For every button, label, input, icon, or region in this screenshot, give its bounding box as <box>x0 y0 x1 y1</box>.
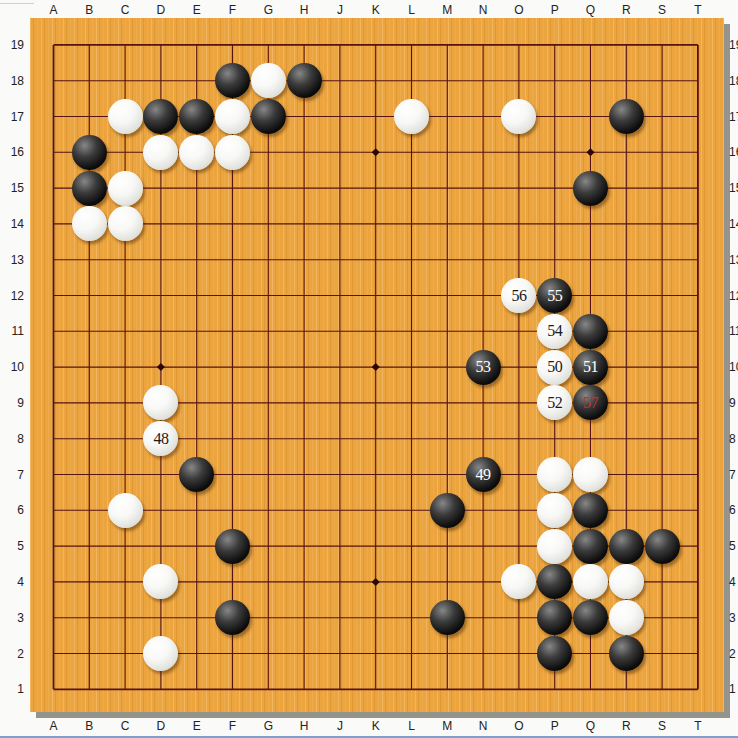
stone-white-P7[interactable] <box>537 457 572 492</box>
stone-black-F3[interactable] <box>215 600 250 635</box>
star-point-K4 <box>372 578 380 586</box>
col-label-bottom-S: S <box>650 717 674 735</box>
stone-black-F5[interactable] <box>215 529 250 564</box>
col-label-top-Q: Q <box>579 1 603 19</box>
row-label-right-6: 6 <box>729 501 738 519</box>
stone-white-P6[interactable] <box>537 493 572 528</box>
stone-white-D16[interactable] <box>143 135 178 170</box>
row-label-left-7: 7 <box>0 466 24 484</box>
col-label-top-E: E <box>185 1 209 19</box>
col-label-top-K: K <box>364 1 388 19</box>
move-number-55: 55 <box>547 288 562 304</box>
row-label-right-10: 10 <box>729 358 738 376</box>
row-label-left-11: 11 <box>0 322 24 340</box>
stone-white-P5[interactable] <box>537 529 572 564</box>
move-number-56: 56 <box>511 288 526 304</box>
row-label-left-18: 18 <box>0 72 24 90</box>
stone-black-Q11[interactable] <box>573 314 608 349</box>
col-label-bottom-H: H <box>292 717 316 735</box>
stone-black-M3[interactable] <box>430 600 465 635</box>
stone-black-Q15[interactable] <box>573 171 608 206</box>
move-number-53: 53 <box>476 359 491 375</box>
stone-white-P11[interactable]: 54 <box>537 314 572 349</box>
row-label-left-15: 15 <box>0 179 24 197</box>
move-number-49: 49 <box>476 467 491 483</box>
col-label-top-A: A <box>42 1 66 19</box>
stone-black-Q6[interactable] <box>573 493 608 528</box>
col-label-bottom-R: R <box>614 717 638 735</box>
col-label-bottom-J: J <box>328 717 352 735</box>
row-label-right-9: 9 <box>729 394 738 412</box>
move-number-48: 48 <box>153 431 168 447</box>
row-label-right-18: 18 <box>729 72 738 90</box>
stone-black-S5[interactable] <box>645 529 680 564</box>
stone-black-G17[interactable] <box>251 99 286 134</box>
col-label-top-L: L <box>400 1 424 19</box>
col-label-bottom-D: D <box>149 717 173 735</box>
col-label-bottom-A: A <box>42 717 66 735</box>
col-label-bottom-G: G <box>256 717 280 735</box>
stone-white-C14[interactable] <box>108 206 143 241</box>
stone-white-P10[interactable]: 50 <box>537 350 572 385</box>
col-label-top-D: D <box>149 1 173 19</box>
star-point-K16 <box>372 148 380 156</box>
stone-black-Q10[interactable]: 51 <box>573 350 608 385</box>
stone-black-Q5[interactable] <box>573 529 608 564</box>
row-label-right-7: 7 <box>729 466 738 484</box>
row-label-right-5: 5 <box>729 537 738 555</box>
col-label-bottom-L: L <box>400 717 424 735</box>
row-label-right-13: 13 <box>729 251 738 269</box>
star-point-D10 <box>157 363 165 371</box>
stone-white-F17[interactable] <box>215 99 250 134</box>
stone-black-P2[interactable] <box>537 636 572 671</box>
row-label-right-19: 19 <box>729 36 738 54</box>
row-label-left-8: 8 <box>0 430 24 448</box>
row-label-left-2: 2 <box>0 645 24 663</box>
col-label-top-C: C <box>113 1 137 19</box>
stone-white-Q7[interactable] <box>573 457 608 492</box>
star-point-Q16 <box>587 148 595 156</box>
row-label-left-4: 4 <box>0 573 24 591</box>
row-label-right-1: 1 <box>729 680 738 698</box>
star-point-K10 <box>372 363 380 371</box>
col-label-top-F: F <box>221 1 245 19</box>
row-label-left-14: 14 <box>0 215 24 233</box>
col-label-top-P: P <box>543 1 567 19</box>
col-label-top-M: M <box>435 1 459 19</box>
move-number-57: 57 <box>583 395 598 411</box>
stone-black-N7[interactable]: 49 <box>466 457 501 492</box>
stone-black-R17[interactable] <box>609 99 644 134</box>
row-label-right-4: 4 <box>729 573 738 591</box>
col-label-bottom-O: O <box>507 717 531 735</box>
stone-white-F16[interactable] <box>215 135 250 170</box>
row-label-left-10: 10 <box>0 358 24 376</box>
stone-black-B15[interactable] <box>72 171 107 206</box>
col-label-top-H: H <box>292 1 316 19</box>
row-label-left-16: 16 <box>0 143 24 161</box>
row-label-right-8: 8 <box>729 430 738 448</box>
stone-white-R4[interactable] <box>609 564 644 599</box>
col-label-bottom-B: B <box>77 717 101 735</box>
row-label-right-11: 11 <box>729 322 738 340</box>
stone-white-C15[interactable] <box>108 171 143 206</box>
col-label-top-G: G <box>256 1 280 19</box>
row-label-left-5: 5 <box>0 537 24 555</box>
col-label-bottom-K: K <box>364 717 388 735</box>
col-label-top-T: T <box>686 1 710 19</box>
row-label-right-2: 2 <box>729 645 738 663</box>
col-label-top-N: N <box>471 1 495 19</box>
stone-white-B14[interactable] <box>72 206 107 241</box>
col-label-bottom-T: T <box>686 717 710 735</box>
col-label-bottom-E: E <box>185 717 209 735</box>
stone-black-E7[interactable] <box>179 457 214 492</box>
stone-black-E17[interactable] <box>179 99 214 134</box>
row-label-left-19: 19 <box>0 36 24 54</box>
stone-white-L17[interactable] <box>394 99 429 134</box>
stone-white-R3[interactable] <box>609 600 644 635</box>
row-label-right-16: 16 <box>729 143 738 161</box>
col-label-bottom-P: P <box>543 717 567 735</box>
go-board-viewer: AABBCCDDEEFFGGHHJJKKLLMMNNOOPPQQRRSSTT19… <box>0 0 738 738</box>
row-label-right-12: 12 <box>729 287 738 305</box>
row-label-right-15: 15 <box>729 179 738 197</box>
move-number-52: 52 <box>547 395 562 411</box>
col-label-bottom-N: N <box>471 717 495 735</box>
col-label-bottom-Q: Q <box>579 717 603 735</box>
stone-black-F18[interactable] <box>215 63 250 98</box>
stone-black-Q3[interactable] <box>573 600 608 635</box>
col-label-top-S: S <box>650 1 674 19</box>
stone-black-R5[interactable] <box>609 529 644 564</box>
row-label-left-1: 1 <box>0 680 24 698</box>
col-label-top-B: B <box>77 1 101 19</box>
stone-black-N10[interactable]: 53 <box>466 350 501 385</box>
col-label-bottom-M: M <box>435 717 459 735</box>
stone-white-E16[interactable] <box>179 135 214 170</box>
row-label-left-6: 6 <box>0 501 24 519</box>
stone-black-B16[interactable] <box>72 135 107 170</box>
move-number-54: 54 <box>547 323 562 339</box>
row-label-left-3: 3 <box>0 609 24 627</box>
stone-black-M6[interactable] <box>430 493 465 528</box>
row-label-left-13: 13 <box>0 251 24 269</box>
row-label-left-12: 12 <box>0 287 24 305</box>
stone-white-C17[interactable] <box>108 99 143 134</box>
stone-black-R2[interactable] <box>609 636 644 671</box>
col-label-bottom-C: C <box>113 717 137 735</box>
stone-black-H18[interactable] <box>287 63 322 98</box>
stone-black-P12[interactable]: 55 <box>537 278 572 313</box>
col-label-top-R: R <box>614 1 638 19</box>
stone-white-G18[interactable] <box>251 63 286 98</box>
stone-white-C6[interactable] <box>108 493 143 528</box>
row-label-left-17: 17 <box>0 108 24 126</box>
row-label-right-3: 3 <box>729 609 738 627</box>
col-label-bottom-F: F <box>221 717 245 735</box>
col-label-top-O: O <box>507 1 531 19</box>
move-number-51: 51 <box>583 359 598 375</box>
col-label-top-J: J <box>328 1 352 19</box>
move-number-50: 50 <box>547 359 562 375</box>
row-label-right-17: 17 <box>729 108 738 126</box>
row-label-left-9: 9 <box>0 394 24 412</box>
row-label-right-14: 14 <box>729 215 738 233</box>
